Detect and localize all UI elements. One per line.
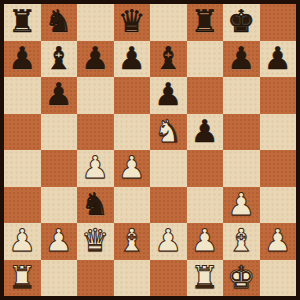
square-a3[interactable]: [4, 187, 41, 224]
square-h2[interactable]: ♟: [260, 223, 297, 260]
square-g5[interactable]: [223, 114, 260, 151]
piece-black-bishop: ♝: [154, 40, 182, 77]
square-e1[interactable]: [150, 260, 187, 297]
square-h1[interactable]: [260, 260, 297, 297]
square-c5[interactable]: [77, 114, 114, 151]
square-a8[interactable]: ♜: [4, 4, 41, 41]
piece-white-rook: ♜: [191, 259, 219, 296]
piece-white-pawn: ♟: [227, 186, 255, 223]
square-f4[interactable]: [187, 150, 224, 187]
piece-black-pawn: ♟: [81, 40, 109, 77]
piece-white-pawn: ♟: [154, 222, 182, 259]
square-d6[interactable]: [114, 77, 151, 114]
square-d4[interactable]: ♟: [114, 150, 151, 187]
square-e2[interactable]: ♟: [150, 223, 187, 260]
square-h5[interactable]: [260, 114, 297, 151]
square-a6[interactable]: [4, 77, 41, 114]
piece-black-knight: ♞: [45, 3, 73, 40]
square-c3[interactable]: ♞: [77, 187, 114, 224]
square-e3[interactable]: [150, 187, 187, 224]
square-g3[interactable]: ♟: [223, 187, 260, 224]
square-c6[interactable]: [77, 77, 114, 114]
piece-black-pawn: ♟: [154, 76, 182, 113]
square-b1[interactable]: [41, 260, 78, 297]
square-a1[interactable]: ♜: [4, 260, 41, 297]
piece-white-pawn: ♟: [191, 222, 219, 259]
square-e7[interactable]: ♝: [150, 41, 187, 78]
square-f7[interactable]: [187, 41, 224, 78]
square-f6[interactable]: [187, 77, 224, 114]
square-a5[interactable]: [4, 114, 41, 151]
square-e5[interactable]: ♞: [150, 114, 187, 151]
square-f5[interactable]: ♟: [187, 114, 224, 151]
piece-black-knight: ♞: [81, 186, 109, 223]
piece-black-pawn: ♟: [191, 113, 219, 150]
piece-black-bishop: ♝: [45, 40, 73, 77]
piece-white-pawn: ♟: [264, 222, 292, 259]
square-d7[interactable]: ♟: [114, 41, 151, 78]
square-c8[interactable]: [77, 4, 114, 41]
square-f1[interactable]: ♜: [187, 260, 224, 297]
piece-white-king: ♚: [227, 259, 255, 296]
square-c7[interactable]: ♟: [77, 41, 114, 78]
square-c1[interactable]: [77, 260, 114, 297]
piece-black-rook: ♜: [191, 3, 219, 40]
square-d2[interactable]: ♝: [114, 223, 151, 260]
piece-white-pawn: ♟: [81, 149, 109, 186]
square-h4[interactable]: [260, 150, 297, 187]
square-b8[interactable]: ♞: [41, 4, 78, 41]
square-b2[interactable]: ♟: [41, 223, 78, 260]
square-c4[interactable]: ♟: [77, 150, 114, 187]
square-e4[interactable]: [150, 150, 187, 187]
piece-white-rook: ♜: [8, 259, 36, 296]
square-h3[interactable]: [260, 187, 297, 224]
piece-white-pawn: ♟: [8, 222, 36, 259]
square-f8[interactable]: ♜: [187, 4, 224, 41]
square-a2[interactable]: ♟: [4, 223, 41, 260]
square-g4[interactable]: [223, 150, 260, 187]
square-d5[interactable]: [114, 114, 151, 151]
square-d3[interactable]: [114, 187, 151, 224]
square-f3[interactable]: [187, 187, 224, 224]
square-d1[interactable]: [114, 260, 151, 297]
square-g8[interactable]: ♚: [223, 4, 260, 41]
square-b4[interactable]: [41, 150, 78, 187]
chess-board-frame: ♜♞♛♜♚♟♝♟♟♝♟♟♟♟♞♟♟♟♞♟♟♟♛♝♟♟♝♟♜♜♚: [0, 0, 300, 300]
square-b6[interactable]: ♟: [41, 77, 78, 114]
piece-black-queen: ♛: [118, 3, 146, 40]
square-c2[interactable]: ♛: [77, 223, 114, 260]
piece-white-bishop: ♝: [227, 222, 255, 259]
piece-black-rook: ♜: [8, 3, 36, 40]
square-g2[interactable]: ♝: [223, 223, 260, 260]
piece-white-bishop: ♝: [118, 222, 146, 259]
square-e6[interactable]: ♟: [150, 77, 187, 114]
piece-black-pawn: ♟: [45, 76, 73, 113]
square-b5[interactable]: [41, 114, 78, 151]
piece-black-pawn: ♟: [264, 40, 292, 77]
square-b3[interactable]: [41, 187, 78, 224]
piece-white-queen: ♛: [81, 222, 109, 259]
square-f2[interactable]: ♟: [187, 223, 224, 260]
piece-black-pawn: ♟: [118, 40, 146, 77]
piece-white-pawn: ♟: [118, 149, 146, 186]
piece-black-pawn: ♟: [227, 40, 255, 77]
square-g6[interactable]: [223, 77, 260, 114]
square-d8[interactable]: ♛: [114, 4, 151, 41]
chess-board: ♜♞♛♜♚♟♝♟♟♝♟♟♟♟♞♟♟♟♞♟♟♟♛♝♟♟♝♟♜♜♚: [4, 4, 296, 296]
piece-black-king: ♚: [227, 3, 255, 40]
piece-white-pawn: ♟: [45, 222, 73, 259]
square-b7[interactable]: ♝: [41, 41, 78, 78]
square-a7[interactable]: ♟: [4, 41, 41, 78]
piece-black-pawn: ♟: [8, 40, 36, 77]
square-a4[interactable]: [4, 150, 41, 187]
square-h7[interactable]: ♟: [260, 41, 297, 78]
piece-white-knight: ♞: [154, 113, 182, 150]
square-g1[interactable]: ♚: [223, 260, 260, 297]
square-h6[interactable]: [260, 77, 297, 114]
square-e8[interactable]: [150, 4, 187, 41]
square-g7[interactable]: ♟: [223, 41, 260, 78]
square-h8[interactable]: [260, 4, 297, 41]
